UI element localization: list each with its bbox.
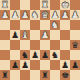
- chess-board: ♜♜♚♟♟♟♞♛♟♟♟♞♟♝♟♛♞♟♟♞♟♟♟♟♜♜♚: [0, 0, 80, 80]
- piece-black-pawn: ♟: [11, 30, 19, 40]
- square-e3[interactable]: [30, 20, 40, 30]
- piece-white-king: ♚: [61, 0, 69, 10]
- square-c4[interactable]: [50, 30, 60, 40]
- square-c1[interactable]: [50, 0, 60, 10]
- square-h1[interactable]: ♜: [0, 0, 10, 10]
- square-h7[interactable]: [0, 60, 10, 70]
- square-c7[interactable]: [50, 60, 60, 70]
- square-a7[interactable]: ♟: [70, 60, 80, 70]
- square-a5[interactable]: ♛: [70, 40, 80, 50]
- square-b3[interactable]: [60, 20, 70, 30]
- square-g3[interactable]: [10, 20, 20, 30]
- square-d7[interactable]: [40, 60, 50, 70]
- piece-black-pawn: ♟: [61, 60, 69, 70]
- piece-black-king: ♚: [61, 70, 69, 80]
- square-f1[interactable]: [20, 0, 30, 10]
- square-g4[interactable]: ♟: [10, 30, 20, 40]
- square-a8[interactable]: [70, 70, 80, 80]
- piece-white-knight: ♞: [51, 20, 59, 30]
- square-c2[interactable]: ♟: [50, 10, 60, 20]
- square-a4[interactable]: [70, 30, 80, 40]
- square-e2[interactable]: ♞: [30, 10, 40, 20]
- piece-white-pawn: ♟: [1, 10, 9, 20]
- piece-white-rook: ♜: [41, 0, 49, 10]
- square-b1[interactable]: ♚: [60, 0, 70, 10]
- square-d5[interactable]: [40, 40, 50, 50]
- piece-black-queen: ♛: [71, 40, 79, 50]
- square-d8[interactable]: ♜: [40, 70, 50, 80]
- square-a6[interactable]: [70, 50, 80, 60]
- square-e7[interactable]: [30, 60, 40, 70]
- piece-black-knight: ♞: [21, 50, 29, 60]
- square-g8[interactable]: [10, 70, 20, 80]
- square-d6[interactable]: ♟: [40, 50, 50, 60]
- piece-black-knight: ♞: [51, 50, 59, 60]
- piece-white-pawn: ♟: [51, 10, 59, 20]
- square-e4[interactable]: [30, 30, 40, 40]
- piece-white-knight: ♞: [31, 10, 39, 20]
- square-b2[interactable]: ♟: [60, 10, 70, 20]
- square-g5[interactable]: [10, 40, 20, 50]
- square-c5[interactable]: [50, 40, 60, 50]
- square-g1[interactable]: [10, 0, 20, 10]
- square-h2[interactable]: ♟: [0, 10, 10, 20]
- square-d3[interactable]: [40, 20, 50, 30]
- square-b8[interactable]: ♚: [60, 70, 70, 80]
- square-h5[interactable]: [0, 40, 10, 50]
- square-b4[interactable]: [60, 30, 70, 40]
- piece-black-pawn: ♟: [11, 60, 19, 70]
- square-b7[interactable]: ♟: [60, 60, 70, 70]
- square-f3[interactable]: [20, 20, 30, 30]
- square-h8[interactable]: ♜: [0, 70, 10, 80]
- square-f7[interactable]: ♟: [20, 60, 30, 70]
- square-f5[interactable]: [20, 40, 30, 50]
- square-d4[interactable]: ♟: [40, 30, 50, 40]
- square-h4[interactable]: [0, 30, 10, 40]
- square-g7[interactable]: ♟: [10, 60, 20, 70]
- square-e6[interactable]: ♟: [30, 50, 40, 60]
- square-a3[interactable]: [70, 20, 80, 30]
- square-e8[interactable]: [30, 70, 40, 80]
- piece-white-pawn: ♟: [61, 10, 69, 20]
- square-a1[interactable]: [70, 0, 80, 10]
- square-c8[interactable]: [50, 70, 60, 80]
- square-a2[interactable]: ♟: [70, 10, 80, 20]
- square-h3[interactable]: [0, 20, 10, 30]
- piece-white-pawn: ♟: [41, 30, 49, 40]
- piece-white-pawn: ♟: [71, 10, 79, 20]
- square-d1[interactable]: ♜: [40, 0, 50, 10]
- square-c6[interactable]: ♞: [50, 50, 60, 60]
- piece-black-pawn: ♟: [71, 60, 79, 70]
- square-g2[interactable]: ♟: [10, 10, 20, 20]
- square-h6[interactable]: [0, 50, 10, 60]
- piece-black-pawn: ♟: [41, 50, 49, 60]
- piece-white-pawn: ♟: [11, 10, 19, 20]
- piece-black-rook: ♜: [1, 70, 9, 80]
- square-b5[interactable]: [60, 40, 70, 50]
- piece-black-pawn: ♟: [21, 60, 29, 70]
- square-c3[interactable]: ♞: [50, 20, 60, 30]
- square-b6[interactable]: [60, 50, 70, 60]
- piece-white-queen: ♛: [41, 10, 49, 20]
- square-e5[interactable]: [30, 40, 40, 50]
- square-e1[interactable]: [30, 0, 40, 10]
- square-f4[interactable]: ♝: [20, 30, 30, 40]
- square-f6[interactable]: ♞: [20, 50, 30, 60]
- square-g6[interactable]: [10, 50, 20, 60]
- piece-white-bishop: ♝: [21, 30, 29, 40]
- square-f8[interactable]: [20, 70, 30, 80]
- piece-white-pawn: ♟: [21, 10, 29, 20]
- square-f2[interactable]: ♟: [20, 10, 30, 20]
- piece-black-pawn: ♟: [31, 50, 39, 60]
- piece-white-rook: ♜: [1, 0, 9, 10]
- piece-black-rook: ♜: [41, 70, 49, 80]
- square-d2[interactable]: ♛: [40, 10, 50, 20]
